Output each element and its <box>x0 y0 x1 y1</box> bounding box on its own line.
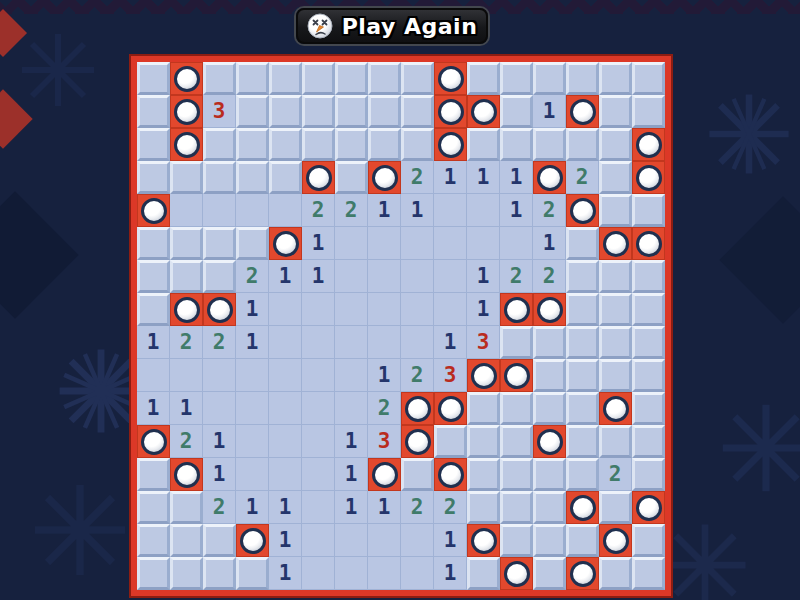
cell-r0c7[interactable] <box>368 62 401 95</box>
cell-r6c8 <box>401 260 434 293</box>
cell-r1c12: 1 <box>533 95 566 128</box>
cell-r1c9 <box>434 95 467 128</box>
cell-r3c5 <box>302 161 335 194</box>
cell-r0c5[interactable] <box>302 62 335 95</box>
cell-r13c6: 1 <box>335 491 368 524</box>
cell-r12c12[interactable] <box>533 458 566 491</box>
snowflake-decoration <box>719 196 800 323</box>
cell-r5c7 <box>368 227 401 260</box>
cell-r7c0[interactable] <box>137 293 170 326</box>
snowball-mine-icon <box>240 528 266 554</box>
cell-r5c4 <box>269 227 302 260</box>
cell-r1c3[interactable] <box>236 95 269 128</box>
cell-r2c10[interactable] <box>467 128 500 161</box>
cell-r15c9: 1 <box>434 557 467 590</box>
cell-r13c10[interactable] <box>467 491 500 524</box>
cell-r10c2 <box>203 392 236 425</box>
snowball-mine-icon <box>570 99 596 125</box>
cell-r6c3: 2 <box>236 260 269 293</box>
cell-r9c12[interactable] <box>533 359 566 392</box>
cell-r12c8[interactable] <box>401 458 434 491</box>
cell-r15c8 <box>401 557 434 590</box>
cell-r2c11[interactable] <box>500 128 533 161</box>
snowflake-decoration <box>30 480 130 580</box>
cell-r13c4: 1 <box>269 491 302 524</box>
snowball-mine-icon <box>537 429 563 455</box>
cell-r7c4 <box>269 293 302 326</box>
cell-r15c11 <box>500 557 533 590</box>
cell-r13c11[interactable] <box>500 491 533 524</box>
cell-r12c2: 1 <box>203 458 236 491</box>
cell-r7c3: 1 <box>236 293 269 326</box>
cell-r12c3 <box>236 458 269 491</box>
cell-r0c11[interactable] <box>500 62 533 95</box>
cell-r1c10 <box>467 95 500 128</box>
snowball-mine-icon <box>537 165 563 191</box>
snowball-mine-icon <box>438 396 464 422</box>
cell-r0c13[interactable] <box>566 62 599 95</box>
cell-r13c1[interactable] <box>170 491 203 524</box>
cell-r9c1 <box>170 359 203 392</box>
cell-r5c12: 1 <box>533 227 566 260</box>
cell-r12c4 <box>269 458 302 491</box>
cell-r8c3: 1 <box>236 326 269 359</box>
cell-r1c4[interactable] <box>269 95 302 128</box>
cell-r12c10[interactable] <box>467 458 500 491</box>
cell-r2c6[interactable] <box>335 128 368 161</box>
cell-r15c10[interactable] <box>467 557 500 590</box>
cell-r5c8 <box>401 227 434 260</box>
cell-r14c1[interactable] <box>170 524 203 557</box>
cell-r10c1: 1 <box>170 392 203 425</box>
cell-r10c7: 2 <box>368 392 401 425</box>
snowball-mine-icon <box>438 132 464 158</box>
cell-r8c1: 2 <box>170 326 203 359</box>
cell-r9c6 <box>335 359 368 392</box>
cell-r8c2: 2 <box>203 326 236 359</box>
cell-r4c0 <box>137 194 170 227</box>
snowball-mine-icon <box>174 297 200 323</box>
snowball-mine-icon <box>636 495 662 521</box>
cell-r4c11: 1 <box>500 194 533 227</box>
cell-r8c7 <box>368 326 401 359</box>
cell-r0c6[interactable] <box>335 62 368 95</box>
cell-r3c12 <box>533 161 566 194</box>
cell-r7c12 <box>533 293 566 326</box>
cell-r4c6: 2 <box>335 194 368 227</box>
ornament-decoration <box>0 9 27 57</box>
cell-r6c1[interactable] <box>170 260 203 293</box>
cell-r10c6 <box>335 392 368 425</box>
cell-r14c9: 1 <box>434 524 467 557</box>
cell-r1c6[interactable] <box>335 95 368 128</box>
snowball-mine-icon <box>438 462 464 488</box>
cell-r15c3[interactable] <box>236 557 269 590</box>
cell-r9c14[interactable] <box>599 359 632 392</box>
cell-r5c13[interactable] <box>566 227 599 260</box>
cell-r12c6: 1 <box>335 458 368 491</box>
cell-r11c10[interactable] <box>467 425 500 458</box>
cell-r7c13[interactable] <box>566 293 599 326</box>
cell-r14c5 <box>302 524 335 557</box>
snowball-mine-icon <box>636 231 662 257</box>
cell-r8c11[interactable] <box>500 326 533 359</box>
cell-r14c3 <box>236 524 269 557</box>
cell-r8c6 <box>335 326 368 359</box>
cell-r3c11: 1 <box>500 161 533 194</box>
snowball-mine-icon <box>471 99 497 125</box>
cell-r15c1[interactable] <box>170 557 203 590</box>
cell-r4c2 <box>203 194 236 227</box>
cell-r14c7 <box>368 524 401 557</box>
cell-r8c12[interactable] <box>533 326 566 359</box>
cell-r3c8: 2 <box>401 161 434 194</box>
cell-r2c8[interactable] <box>401 128 434 161</box>
cell-r11c3 <box>236 425 269 458</box>
snowball-mine-icon <box>372 165 398 191</box>
cell-r11c7: 3 <box>368 425 401 458</box>
cell-r1c13 <box>566 95 599 128</box>
cell-r0c15[interactable] <box>632 62 665 95</box>
cell-r9c11 <box>500 359 533 392</box>
cell-r12c13[interactable] <box>566 458 599 491</box>
cell-r6c5: 1 <box>302 260 335 293</box>
snowball-mine-icon <box>438 99 464 125</box>
cell-r5c9 <box>434 227 467 260</box>
cell-r1c8[interactable] <box>401 95 434 128</box>
cell-r9c4 <box>269 359 302 392</box>
cell-r11c6: 1 <box>335 425 368 458</box>
cell-r13c12[interactable] <box>533 491 566 524</box>
cell-r13c0[interactable] <box>137 491 170 524</box>
cell-r12c9 <box>434 458 467 491</box>
cell-r10c14 <box>599 392 632 425</box>
cell-r1c11[interactable] <box>500 95 533 128</box>
cell-r6c0[interactable] <box>137 260 170 293</box>
cell-r10c3 <box>236 392 269 425</box>
cell-r9c3 <box>236 359 269 392</box>
cell-r13c7: 1 <box>368 491 401 524</box>
cell-r11c14[interactable] <box>599 425 632 458</box>
snowball-mine-icon <box>141 429 167 455</box>
cell-r3c13: 2 <box>566 161 599 194</box>
cell-r2c7[interactable] <box>368 128 401 161</box>
cell-r12c7 <box>368 458 401 491</box>
cell-r4c14[interactable] <box>599 194 632 227</box>
cell-r7c15[interactable] <box>632 293 665 326</box>
cell-r12c14: 2 <box>599 458 632 491</box>
cell-r9c15[interactable] <box>632 359 665 392</box>
cell-r15c0[interactable] <box>137 557 170 590</box>
snowball-mine-icon <box>570 495 596 521</box>
cell-r0c4[interactable] <box>269 62 302 95</box>
cell-r0c2[interactable] <box>203 62 236 95</box>
cell-r8c13[interactable] <box>566 326 599 359</box>
cell-r4c3 <box>236 194 269 227</box>
cell-r0c3[interactable] <box>236 62 269 95</box>
snowball-mine-icon <box>174 462 200 488</box>
cell-r4c7: 1 <box>368 194 401 227</box>
cell-r1c0[interactable] <box>137 95 170 128</box>
snowball-mine-icon <box>603 528 629 554</box>
cell-r10c11[interactable] <box>500 392 533 425</box>
cell-r5c14 <box>599 227 632 260</box>
cell-r14c6 <box>335 524 368 557</box>
cell-r2c14[interactable] <box>599 128 632 161</box>
cell-r12c1 <box>170 458 203 491</box>
snowball-mine-icon <box>405 429 431 455</box>
cell-r10c5 <box>302 392 335 425</box>
snowflake-decoration <box>0 191 79 318</box>
cell-r11c9[interactable] <box>434 425 467 458</box>
cell-r4c9 <box>434 194 467 227</box>
cell-r13c13 <box>566 491 599 524</box>
cell-r11c2: 1 <box>203 425 236 458</box>
cell-r3c0[interactable] <box>137 161 170 194</box>
cell-r9c5 <box>302 359 335 392</box>
cell-r6c15[interactable] <box>632 260 665 293</box>
cell-r0c10[interactable] <box>467 62 500 95</box>
cell-r7c2 <box>203 293 236 326</box>
cell-r8c0: 1 <box>137 326 170 359</box>
cell-r14c2[interactable] <box>203 524 236 557</box>
cell-r2c2[interactable] <box>203 128 236 161</box>
cell-r2c0[interactable] <box>137 128 170 161</box>
snowball-mine-icon <box>174 66 200 92</box>
snowflake-decoration <box>18 30 98 110</box>
snowball-mine-icon <box>174 132 200 158</box>
cell-r6c9 <box>434 260 467 293</box>
cell-r15c12[interactable] <box>533 557 566 590</box>
cell-r7c8 <box>401 293 434 326</box>
cell-r15c4: 1 <box>269 557 302 590</box>
cell-r13c15 <box>632 491 665 524</box>
cell-r14c4: 1 <box>269 524 302 557</box>
cell-r2c1 <box>170 128 203 161</box>
cell-r5c2[interactable] <box>203 227 236 260</box>
cell-r8c8 <box>401 326 434 359</box>
cell-r4c4 <box>269 194 302 227</box>
cell-r4c8: 1 <box>401 194 434 227</box>
cell-r9c8: 2 <box>401 359 434 392</box>
cell-r10c4 <box>269 392 302 425</box>
cell-r6c12: 2 <box>533 260 566 293</box>
cell-r15c6 <box>335 557 368 590</box>
cell-r14c0[interactable] <box>137 524 170 557</box>
cell-r0c12[interactable] <box>533 62 566 95</box>
cell-r8c9: 1 <box>434 326 467 359</box>
cell-r7c9 <box>434 293 467 326</box>
cell-r12c0[interactable] <box>137 458 170 491</box>
cell-r7c10: 1 <box>467 293 500 326</box>
snowball-mine-icon <box>306 165 332 191</box>
cell-r2c3[interactable] <box>236 128 269 161</box>
snowball-mine-icon <box>537 297 563 323</box>
snowball-mine-icon <box>273 231 299 257</box>
snowball-mine-icon <box>372 462 398 488</box>
cell-r0c14[interactable] <box>599 62 632 95</box>
cell-r3c4[interactable] <box>269 161 302 194</box>
cell-r11c5 <box>302 425 335 458</box>
cell-r4c10 <box>467 194 500 227</box>
snowball-mine-icon <box>405 396 431 422</box>
cell-r5c1[interactable] <box>170 227 203 260</box>
cell-r6c7 <box>368 260 401 293</box>
cell-r8c10: 3 <box>467 326 500 359</box>
cell-r1c5[interactable] <box>302 95 335 128</box>
snowball-mine-icon <box>504 297 530 323</box>
cell-r0c9 <box>434 62 467 95</box>
cell-r0c8[interactable] <box>401 62 434 95</box>
cell-r14c10 <box>467 524 500 557</box>
cell-r11c12 <box>533 425 566 458</box>
cell-r7c14[interactable] <box>599 293 632 326</box>
snowball-mine-icon <box>636 165 662 191</box>
snowball-mine-icon <box>570 198 596 224</box>
cell-r2c4[interactable] <box>269 128 302 161</box>
cell-r2c12[interactable] <box>533 128 566 161</box>
cell-r15c13 <box>566 557 599 590</box>
cell-r7c6 <box>335 293 368 326</box>
cell-r3c2[interactable] <box>203 161 236 194</box>
cell-r9c13[interactable] <box>566 359 599 392</box>
snowflake-decoration <box>718 400 800 496</box>
minesweeper-board: 3121112221112112111221112211312311221131… <box>131 56 671 596</box>
cell-r10c13[interactable] <box>566 392 599 425</box>
cell-r11c11[interactable] <box>500 425 533 458</box>
snowball-mine-icon <box>207 297 233 323</box>
cell-r14c8 <box>401 524 434 557</box>
cell-r8c15[interactable] <box>632 326 665 359</box>
cell-r15c5 <box>302 557 335 590</box>
cell-r14c15[interactable] <box>632 524 665 557</box>
cell-r14c11[interactable] <box>500 524 533 557</box>
cell-r10c9 <box>434 392 467 425</box>
cell-r13c2: 2 <box>203 491 236 524</box>
cell-r2c13[interactable] <box>566 128 599 161</box>
cell-r9c10 <box>467 359 500 392</box>
cell-r6c13[interactable] <box>566 260 599 293</box>
cell-r9c0 <box>137 359 170 392</box>
snowball-mine-icon <box>141 198 167 224</box>
cell-r15c15[interactable] <box>632 557 665 590</box>
cell-r10c10[interactable] <box>467 392 500 425</box>
cell-r13c9: 2 <box>434 491 467 524</box>
cell-r8c14[interactable] <box>599 326 632 359</box>
cell-r5c3[interactable] <box>236 227 269 260</box>
cell-r0c0[interactable] <box>137 62 170 95</box>
snowball-mine-icon <box>471 363 497 389</box>
cell-r14c12[interactable] <box>533 524 566 557</box>
cell-r6c6 <box>335 260 368 293</box>
cell-r12c11[interactable] <box>500 458 533 491</box>
snowball-mine-icon <box>636 132 662 158</box>
cell-r9c7: 1 <box>368 359 401 392</box>
cell-r6c4: 1 <box>269 260 302 293</box>
cell-r2c9 <box>434 128 467 161</box>
snowball-mine-icon <box>603 231 629 257</box>
cell-r1c1 <box>170 95 203 128</box>
cell-r1c15[interactable] <box>632 95 665 128</box>
snowball-mine-icon <box>471 528 497 554</box>
cell-r11c15[interactable] <box>632 425 665 458</box>
cell-r3c1[interactable] <box>170 161 203 194</box>
cell-r5c11 <box>500 227 533 260</box>
cell-r7c5 <box>302 293 335 326</box>
ornament-decoration <box>0 89 33 148</box>
cell-r12c5 <box>302 458 335 491</box>
snowflake-decoration <box>705 90 793 178</box>
cell-r3c6[interactable] <box>335 161 368 194</box>
cell-r11c0 <box>137 425 170 458</box>
cell-r4c15[interactable] <box>632 194 665 227</box>
cell-r14c14 <box>599 524 632 557</box>
cell-r6c2[interactable] <box>203 260 236 293</box>
snowball-mine-icon <box>438 66 464 92</box>
cell-r7c11 <box>500 293 533 326</box>
cell-r5c10 <box>467 227 500 260</box>
cell-r13c5 <box>302 491 335 524</box>
cell-r4c13 <box>566 194 599 227</box>
cell-r2c5[interactable] <box>302 128 335 161</box>
cell-r1c7[interactable] <box>368 95 401 128</box>
cell-r14c13[interactable] <box>566 524 599 557</box>
cell-r10c0: 1 <box>137 392 170 425</box>
play-again-label: Play Again <box>342 14 478 39</box>
sad-snowman-icon <box>307 13 333 39</box>
cell-r12c15[interactable] <box>632 458 665 491</box>
cell-r8c5 <box>302 326 335 359</box>
cell-r11c1: 2 <box>170 425 203 458</box>
snowball-mine-icon <box>603 396 629 422</box>
cell-r11c4 <box>269 425 302 458</box>
cell-r15c14[interactable] <box>599 557 632 590</box>
cell-r9c9: 3 <box>434 359 467 392</box>
cell-r1c14[interactable] <box>599 95 632 128</box>
play-again-button[interactable]: Play Again <box>296 8 488 44</box>
cell-r5c15 <box>632 227 665 260</box>
cell-r6c14[interactable] <box>599 260 632 293</box>
cell-r2c15 <box>632 128 665 161</box>
game-screen: Play Again 31211122211121121112211122113… <box>0 0 800 600</box>
cell-r10c15[interactable] <box>632 392 665 425</box>
cell-r13c14[interactable] <box>599 491 632 524</box>
cell-r4c5: 2 <box>302 194 335 227</box>
cell-r5c6 <box>335 227 368 260</box>
snowflake-decoration <box>660 520 750 600</box>
cell-r10c8 <box>401 392 434 425</box>
cell-r15c2[interactable] <box>203 557 236 590</box>
cell-r9c2 <box>203 359 236 392</box>
cell-r13c8: 2 <box>401 491 434 524</box>
cell-r11c13[interactable] <box>566 425 599 458</box>
cell-r6c10: 1 <box>467 260 500 293</box>
cell-r5c5: 1 <box>302 227 335 260</box>
cell-r3c10: 1 <box>467 161 500 194</box>
snowball-mine-icon <box>504 363 530 389</box>
cell-r6c11: 2 <box>500 260 533 293</box>
snowball-mine-icon <box>570 561 596 587</box>
cell-r3c14[interactable] <box>599 161 632 194</box>
cell-r3c9: 1 <box>434 161 467 194</box>
cell-r4c12: 2 <box>533 194 566 227</box>
cell-r11c8 <box>401 425 434 458</box>
cell-r0c1 <box>170 62 203 95</box>
cell-r10c12[interactable] <box>533 392 566 425</box>
cell-r8c4 <box>269 326 302 359</box>
cell-r3c3[interactable] <box>236 161 269 194</box>
cell-r5c0[interactable] <box>137 227 170 260</box>
